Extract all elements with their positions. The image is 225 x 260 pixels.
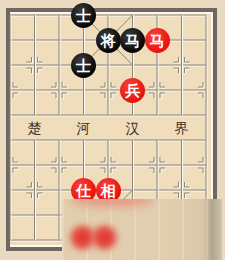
blur-watermark-overlay bbox=[62, 199, 222, 260]
blurred-red-blob bbox=[70, 225, 95, 250]
red-horse[interactable]: 马 bbox=[145, 28, 170, 53]
blur-smear bbox=[70, 199, 154, 207]
black-general[interactable]: 将 bbox=[96, 28, 121, 53]
black-horse[interactable]: 马 bbox=[120, 28, 145, 53]
red-soldier[interactable]: 兵 bbox=[120, 78, 145, 103]
black-advisor[interactable]: 士 bbox=[71, 53, 96, 78]
blurred-red-blob bbox=[92, 225, 117, 250]
xiangqi-board: 楚河汉界 士将马马士兵仕相 bbox=[0, 0, 225, 260]
black-advisor[interactable]: 士 bbox=[71, 3, 96, 28]
